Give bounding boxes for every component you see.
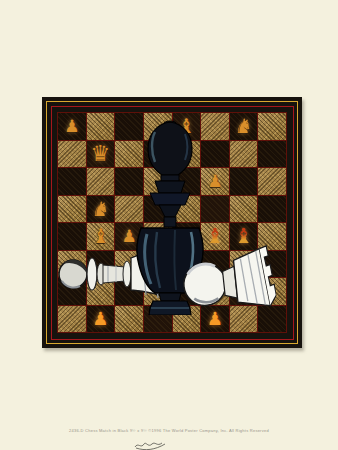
board-square-b4: ♝ bbox=[87, 223, 115, 250]
board-square-f8 bbox=[201, 113, 229, 140]
board-square-h8 bbox=[258, 113, 286, 140]
board-square-d6 bbox=[144, 168, 172, 195]
board-square-g4: ♝ bbox=[230, 223, 258, 250]
board-square-h7 bbox=[258, 141, 286, 168]
gilded-bishop-r5c2: ♝ bbox=[87, 223, 115, 250]
board-square-h1 bbox=[258, 306, 286, 333]
board-square-b5: ♞ bbox=[87, 196, 115, 223]
board-square-e2 bbox=[173, 278, 201, 305]
artist-signature bbox=[133, 441, 167, 450]
board-square-b7: ♛ bbox=[87, 141, 115, 168]
board-square-a8: ♟ bbox=[58, 113, 86, 140]
board-square-g6 bbox=[230, 168, 258, 195]
board-square-h2 bbox=[258, 278, 286, 305]
board-square-g5 bbox=[230, 196, 258, 223]
framed-artwork: ♟♝♞♛♝♟♞♝♟♝♝♟♟ bbox=[42, 97, 302, 348]
board-square-g1 bbox=[230, 306, 258, 333]
board-square-b1: ♟ bbox=[87, 306, 115, 333]
gilded-queen-r2c2: ♛ bbox=[87, 141, 115, 168]
board-square-d4 bbox=[144, 223, 172, 250]
board-square-h5 bbox=[258, 196, 286, 223]
board-square-f6: ♟ bbox=[201, 168, 229, 195]
board-square-c8 bbox=[115, 113, 143, 140]
board-square-e8: ♝ bbox=[173, 113, 201, 140]
board-square-a3 bbox=[58, 251, 86, 278]
board-square-a5 bbox=[58, 196, 86, 223]
board-square-e5 bbox=[173, 196, 201, 223]
board-square-a7 bbox=[58, 141, 86, 168]
gilded-pawn-r1c1: ♟ bbox=[58, 113, 86, 140]
gilded-pawn-r8c2: ♟ bbox=[87, 306, 115, 333]
board-square-h4 bbox=[258, 223, 286, 250]
gilded-bishop-r1c5: ♝ bbox=[173, 113, 201, 140]
chess-board: ♟♝♞♛♝♟♞♝♟♝♝♟♟ bbox=[57, 112, 287, 333]
board-square-e4 bbox=[173, 223, 201, 250]
board-square-h6 bbox=[258, 168, 286, 195]
board-square-c4: ♟ bbox=[115, 223, 143, 250]
board-square-g8: ♞ bbox=[230, 113, 258, 140]
board-square-b8 bbox=[87, 113, 115, 140]
board-square-c7 bbox=[115, 141, 143, 168]
gilded-knight-r4c2: ♞ bbox=[87, 196, 115, 223]
board-square-a1 bbox=[58, 306, 86, 333]
board-square-f4: ♝ bbox=[201, 223, 229, 250]
board-square-g3 bbox=[230, 251, 258, 278]
board-square-d8 bbox=[144, 113, 172, 140]
board-square-e1 bbox=[173, 306, 201, 333]
gilded-pawn-r3c6: ♟ bbox=[201, 168, 229, 195]
board-square-f5 bbox=[201, 196, 229, 223]
board-square-a4 bbox=[58, 223, 86, 250]
board-square-d5 bbox=[144, 196, 172, 223]
board-square-b2 bbox=[87, 278, 115, 305]
print-caption: 2436-D Chess Match in Black 9½ x 9½ ©199… bbox=[0, 428, 338, 433]
board-square-d2 bbox=[144, 278, 172, 305]
board-square-d7: ♝ bbox=[144, 141, 172, 168]
board-square-g7 bbox=[230, 141, 258, 168]
board-square-e7 bbox=[173, 141, 201, 168]
gilded-pawn-r8c6: ♟ bbox=[201, 306, 229, 333]
board-square-c5 bbox=[115, 196, 143, 223]
board-square-b3 bbox=[87, 251, 115, 278]
board-square-c3 bbox=[115, 251, 143, 278]
board-square-f1: ♟ bbox=[201, 306, 229, 333]
board-square-h3 bbox=[258, 251, 286, 278]
gilded-bishop-r2c4: ♝ bbox=[144, 141, 172, 168]
board-square-b6 bbox=[87, 168, 115, 195]
board-square-f3 bbox=[201, 251, 229, 278]
gilded-knight-r1c7: ♞ bbox=[230, 113, 258, 140]
board-square-a6 bbox=[58, 168, 86, 195]
board-square-c2 bbox=[115, 278, 143, 305]
board-square-d3 bbox=[144, 251, 172, 278]
board-square-e3 bbox=[173, 251, 201, 278]
gilded-bishop-r5c7: ♝ bbox=[230, 223, 258, 250]
board-square-c6 bbox=[115, 168, 143, 195]
board-square-d1 bbox=[144, 306, 172, 333]
board-square-g2 bbox=[230, 278, 258, 305]
board-square-c1 bbox=[115, 306, 143, 333]
gilded-pawn-r5c3: ♟ bbox=[115, 223, 143, 250]
board-square-f7 bbox=[201, 141, 229, 168]
board-square-f2 bbox=[201, 278, 229, 305]
gilded-bishop-r5c6: ♝ bbox=[201, 223, 229, 250]
board-square-e6 bbox=[173, 168, 201, 195]
board-square-a2 bbox=[58, 278, 86, 305]
poster-mat: { "game": "chess (decorative art print)"… bbox=[0, 0, 338, 450]
